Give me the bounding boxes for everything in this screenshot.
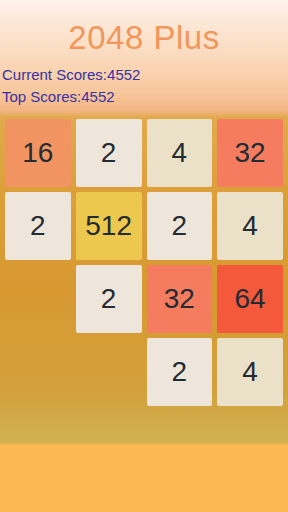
game-screen: 2048 Plus Current Scores:4552 Top Scores…: [0, 0, 288, 512]
tile-2: 2: [147, 338, 213, 406]
current-score-label: Current Scores:: [2, 66, 107, 83]
tile-32: 32: [147, 265, 213, 333]
tile-16: 16: [5, 119, 71, 187]
empty-cell: [5, 338, 71, 406]
tile-2: 2: [76, 265, 142, 333]
board-grid[interactable]: 1624322512242326424: [0, 114, 288, 411]
top-score: Top Scores:4552: [2, 86, 286, 108]
tile-2: 2: [147, 192, 213, 260]
tile-4: 4: [147, 119, 213, 187]
empty-cell: [76, 338, 142, 406]
tile-2: 2: [5, 192, 71, 260]
app-title: 2048 Plus: [0, 19, 288, 57]
tile-2: 2: [76, 119, 142, 187]
tile-512: 512: [76, 192, 142, 260]
score-panel: Current Scores:4552 Top Scores:4552: [2, 64, 286, 108]
empty-cell: [5, 265, 71, 333]
top-score-value: 4552: [81, 88, 114, 105]
tile-4: 4: [217, 338, 283, 406]
tile-32: 32: [217, 119, 283, 187]
tile-4: 4: [217, 192, 283, 260]
top-score-label: Top Scores:: [2, 88, 81, 105]
current-score-value: 4552: [107, 66, 140, 83]
current-score: Current Scores:4552: [2, 64, 286, 86]
bottom-band: [0, 445, 288, 512]
tile-64: 64: [217, 265, 283, 333]
